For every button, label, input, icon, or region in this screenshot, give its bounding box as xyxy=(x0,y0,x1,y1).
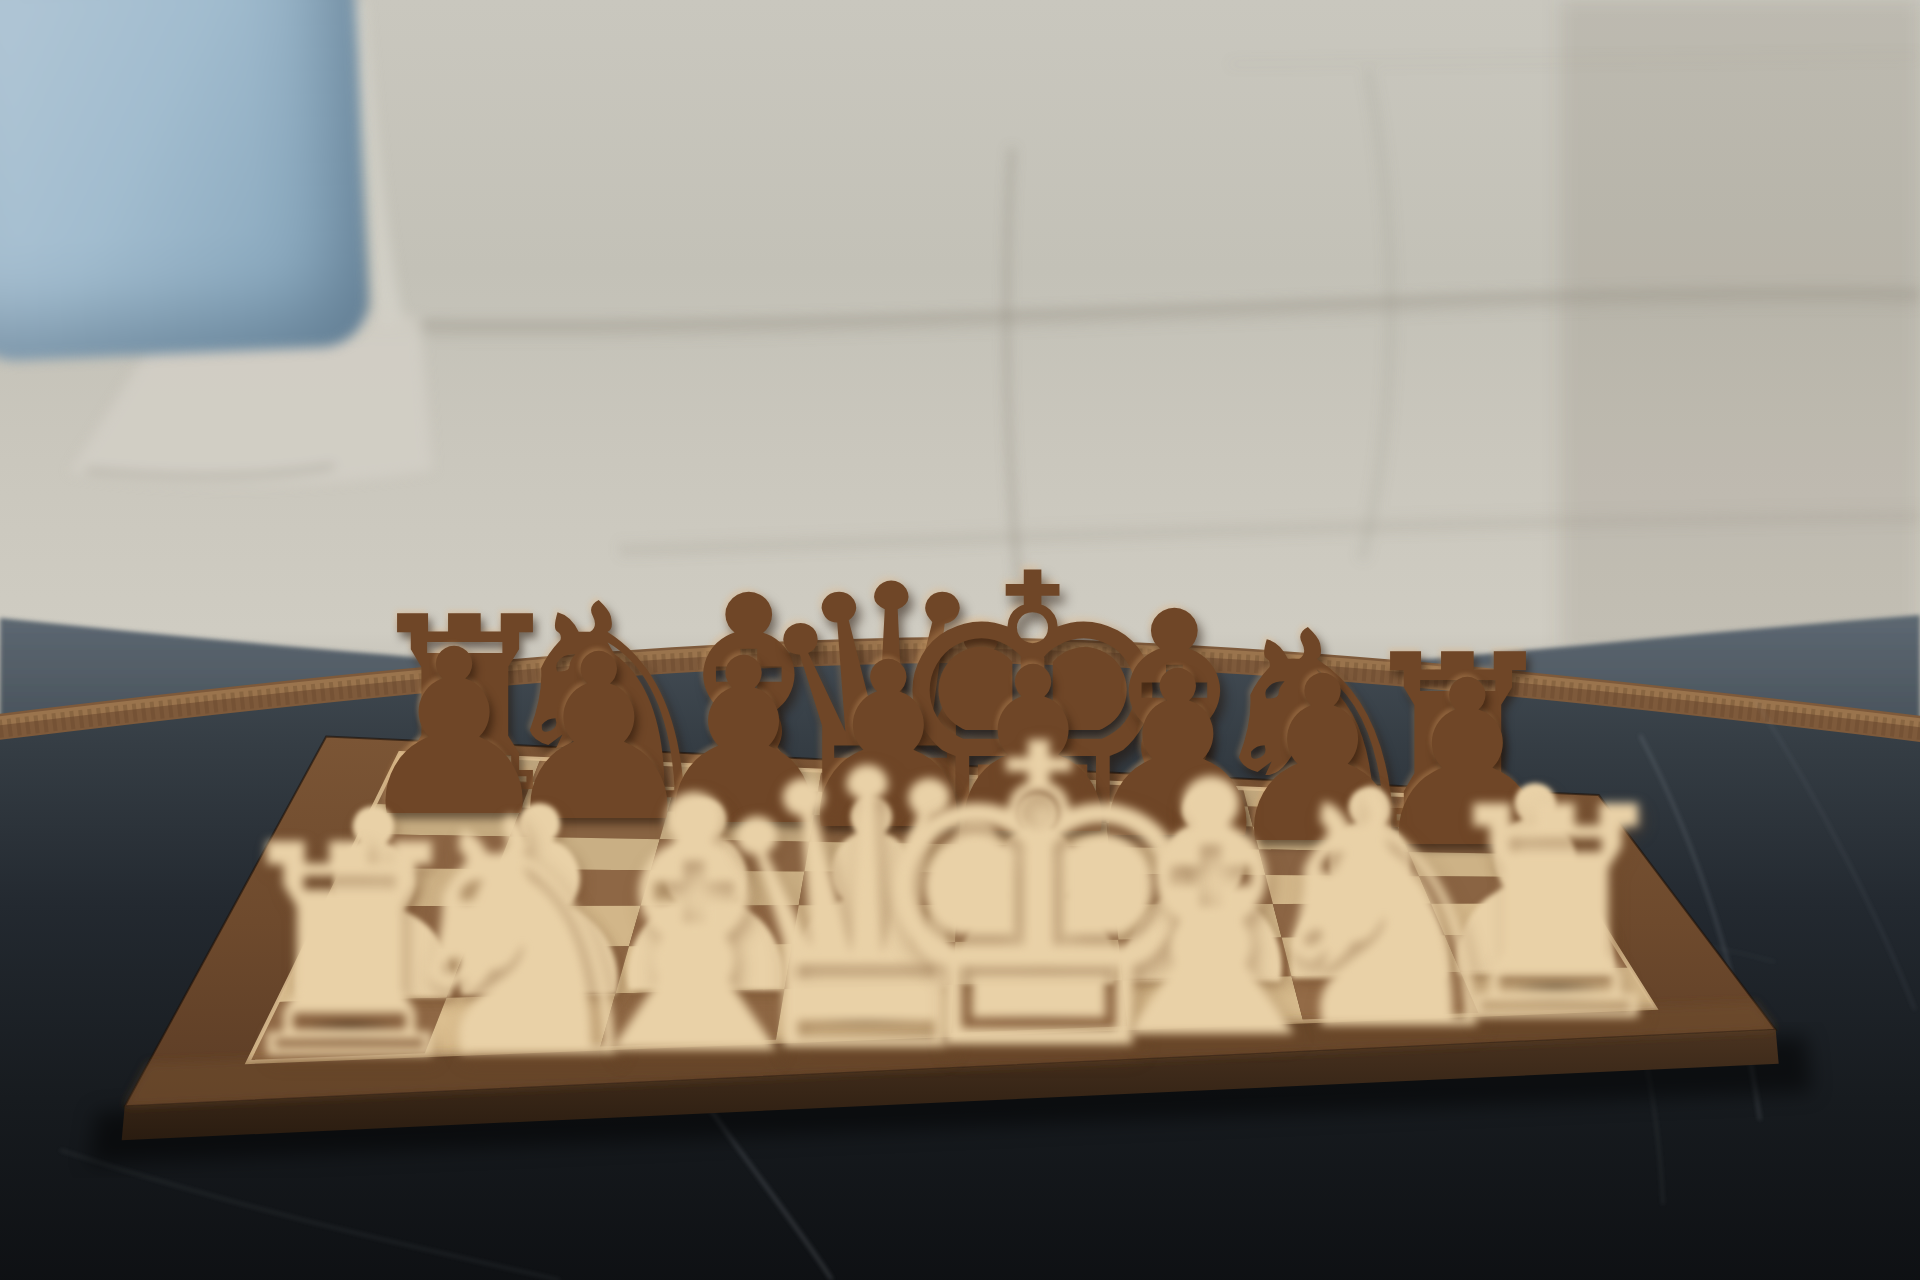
pieces-layer: ♜♞♝♛♚♝♞♜♟♟♟♟♟♟♟♟♟♟♟♟♟♟♟♟♜♞♝♛♚♝♞♜ xyxy=(0,0,1920,1280)
piece-glyph: ♜ xyxy=(1424,768,1687,1061)
living-room-chess-scene: ♜♞♝♛♚♝♞♜♟♟♟♟♟♟♟♟♟♟♟♟♟♟♟♟♜♞♝♛♚♝♞♜ xyxy=(0,0,1920,1280)
